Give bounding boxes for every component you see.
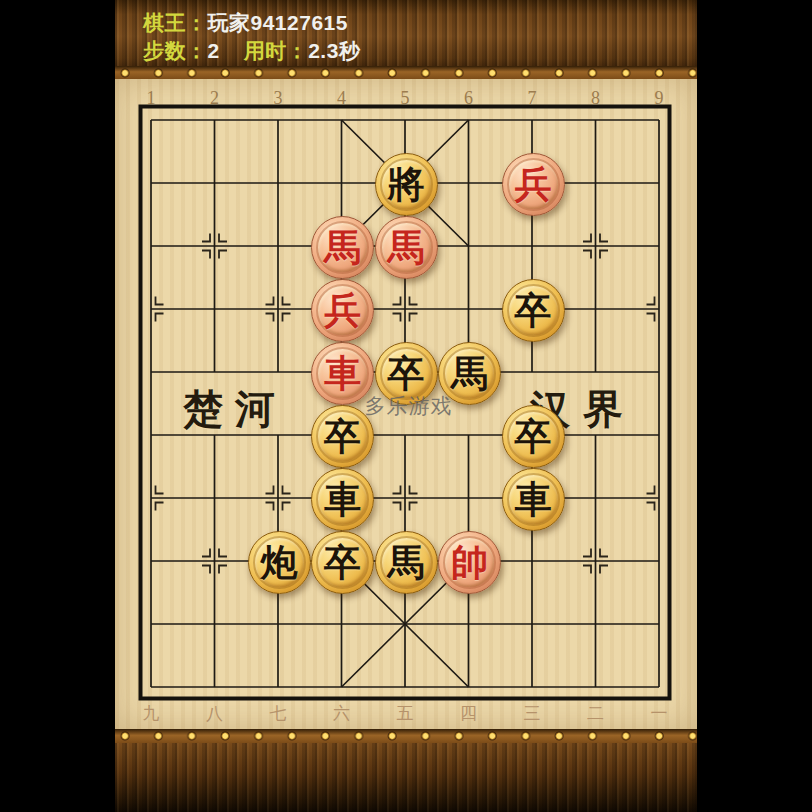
piece-black-chariot[interactable]: 車 xyxy=(502,468,565,531)
piece-glyph: 馬 xyxy=(451,355,488,392)
top-label-7: 7 xyxy=(519,88,545,109)
bottom-label-5: 五 xyxy=(392,702,418,725)
piece-red-horse[interactable]: 馬 xyxy=(311,216,374,279)
bottom-label-7: 三 xyxy=(519,702,545,725)
piece-glyph: 帥 xyxy=(451,544,488,581)
top-label-5: 5 xyxy=(392,88,418,109)
piece-glyph: 將 xyxy=(388,166,425,203)
piece-glyph: 兵 xyxy=(515,166,552,203)
piece-red-horse[interactable]: 馬 xyxy=(375,216,438,279)
piece-black-chariot[interactable]: 車 xyxy=(311,468,374,531)
piece-red-general[interactable]: 帥 xyxy=(438,531,501,594)
bottom-label-2: 八 xyxy=(202,702,228,725)
piece-glyph: 車 xyxy=(324,481,361,518)
piece-glyph: 炮 xyxy=(261,544,298,581)
top-label-2: 2 xyxy=(202,88,228,109)
piece-glyph: 卒 xyxy=(324,418,361,455)
top-label-9: 9 xyxy=(646,88,672,109)
bottom-label-3: 七 xyxy=(265,702,291,725)
game-stage: 棋王：玩家94127615 步数：2用时：2.3秒 123456789 九八七六… xyxy=(115,0,697,812)
bottom-label-4: 六 xyxy=(329,702,355,725)
piece-black-soldier[interactable]: 卒 xyxy=(502,405,565,468)
bottom-label-9: 一 xyxy=(646,702,672,725)
top-label-6: 6 xyxy=(456,88,482,109)
piece-red-soldier[interactable]: 兵 xyxy=(502,153,565,216)
piece-glyph: 卒 xyxy=(388,355,425,392)
bottom-label-1: 九 xyxy=(138,702,164,725)
piece-black-horse[interactable]: 馬 xyxy=(375,531,438,594)
piece-black-general[interactable]: 將 xyxy=(375,153,438,216)
piece-black-cannon[interactable]: 炮 xyxy=(248,531,311,594)
piece-black-soldier[interactable]: 卒 xyxy=(311,531,374,594)
app-screen: { "game": "xiangqi", "header": { "rank_l… xyxy=(0,0,812,812)
watermark-text: 多乐游戏 xyxy=(336,392,481,420)
piece-glyph: 馬 xyxy=(324,229,361,266)
piece-glyph: 卒 xyxy=(515,292,552,329)
piece-black-soldier[interactable]: 卒 xyxy=(502,279,565,342)
piece-red-soldier[interactable]: 兵 xyxy=(311,279,374,342)
piece-glyph: 卒 xyxy=(324,544,361,581)
piece-glyph: 卒 xyxy=(515,418,552,455)
river-char-河: 河 xyxy=(232,382,278,437)
piece-glyph: 馬 xyxy=(388,544,425,581)
piece-glyph: 車 xyxy=(324,355,361,392)
bottom-label-8: 二 xyxy=(583,702,609,725)
top-label-3: 3 xyxy=(265,88,291,109)
piece-glyph: 兵 xyxy=(324,292,361,329)
top-label-1: 1 xyxy=(138,88,164,109)
river-char-界: 界 xyxy=(580,382,626,437)
top-label-4: 4 xyxy=(329,88,355,109)
river-char-楚: 楚 xyxy=(180,382,226,437)
piece-glyph: 車 xyxy=(515,481,552,518)
bottom-label-6: 四 xyxy=(456,702,482,725)
top-label-8: 8 xyxy=(583,88,609,109)
piece-glyph: 馬 xyxy=(388,229,425,266)
